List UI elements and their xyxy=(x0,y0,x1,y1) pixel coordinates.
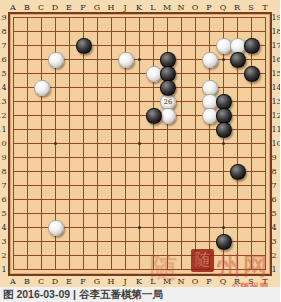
col-label-top-C: C xyxy=(35,3,47,13)
black-stone-F17 xyxy=(76,38,91,53)
row-label-right-16: 16 xyxy=(272,55,281,64)
row-label-right-12: 12 xyxy=(272,111,281,120)
row-label-right-15: 15 xyxy=(272,69,281,78)
col-label-top-R: R xyxy=(231,3,243,13)
col-label-top-L: L xyxy=(147,3,159,13)
col-label-bottom-M: M xyxy=(161,277,173,287)
col-label-top-A: A xyxy=(7,3,19,13)
col-label-top-P: P xyxy=(203,3,215,13)
black-stone-Q11 xyxy=(216,122,231,137)
row-label-right-5: 5 xyxy=(272,209,281,218)
col-label-top-Q: Q xyxy=(217,3,229,13)
row-label-left-8: 8 xyxy=(0,167,7,176)
col-label-top-D: D xyxy=(49,3,61,13)
row-label-right-8: 8 xyxy=(272,167,281,176)
white-stone-J16 xyxy=(118,52,133,67)
star-point-D10 xyxy=(54,142,57,145)
col-label-bottom-N: N xyxy=(175,277,187,287)
row-label-right-6: 6 xyxy=(272,195,281,204)
row-label-right-7: 7 xyxy=(272,181,281,190)
row-label-left-18: 18 xyxy=(0,27,7,36)
row-label-left-6: 6 xyxy=(0,195,7,204)
row-label-left-14: 14 xyxy=(0,83,7,92)
white-stone-P16 xyxy=(202,52,217,67)
col-label-bottom-D: D xyxy=(49,277,61,287)
col-label-bottom-A: A xyxy=(7,277,19,287)
row-label-right-11: 11 xyxy=(272,125,281,134)
col-label-top-J: J xyxy=(119,3,131,13)
go-diagram: AABBCCDDEEFFGGHHJJKKLLMMNNOOPPQQRRSSTT19… xyxy=(0,0,280,302)
row-label-right-4: 4 xyxy=(272,223,281,232)
col-label-bottom-C: C xyxy=(35,277,47,287)
col-label-top-H: H xyxy=(105,3,117,13)
star-point-Q10 xyxy=(222,142,225,145)
white-stone-D16 xyxy=(48,52,63,67)
row-label-left-1: 1 xyxy=(0,265,7,274)
row-label-left-17: 17 xyxy=(0,41,7,50)
row-label-right-19: 19 xyxy=(272,13,281,22)
col-label-top-S: S xyxy=(245,3,257,13)
col-label-bottom-E: E xyxy=(63,277,75,287)
col-label-top-E: E xyxy=(63,3,75,13)
row-label-right-1: 1 xyxy=(272,265,281,274)
col-label-top-T: T xyxy=(259,3,271,13)
row-label-right-14: 14 xyxy=(272,83,281,92)
row-label-left-10: 10 xyxy=(0,139,7,148)
white-stone-D4 xyxy=(48,220,63,235)
row-label-right-3: 3 xyxy=(272,237,281,246)
col-label-bottom-G: G xyxy=(91,277,103,287)
col-label-bottom-S: S xyxy=(245,277,257,287)
black-stone-S17 xyxy=(244,38,259,53)
white-stone-M12 xyxy=(160,108,175,123)
caption-bar: 图 2016-03-09 | 谷李五番棋第一局 xyxy=(0,287,280,302)
row-label-left-12: 12 xyxy=(0,111,7,120)
black-stone-M14 xyxy=(160,80,175,95)
row-label-left-11: 11 xyxy=(0,125,7,134)
col-label-top-G: G xyxy=(91,3,103,13)
row-label-left-9: 9 xyxy=(0,153,7,162)
col-label-bottom-P: P xyxy=(203,277,215,287)
col-label-bottom-O: O xyxy=(189,277,201,287)
star-point-Q4 xyxy=(222,226,225,229)
row-label-right-10: 10 xyxy=(272,139,281,148)
black-stone-R16 xyxy=(230,52,245,67)
row-label-left-16: 16 xyxy=(0,55,7,64)
star-point-Q16 xyxy=(222,58,225,61)
col-label-bottom-H: H xyxy=(105,277,117,287)
caption-text: 图 2016-03-09 | 谷李五番棋第一局 xyxy=(3,288,163,302)
row-label-left-7: 7 xyxy=(0,181,7,190)
row-label-left-4: 4 xyxy=(0,223,7,232)
black-stone-Q3 xyxy=(216,234,231,249)
col-label-top-F: F xyxy=(77,3,89,13)
col-label-top-O: O xyxy=(189,3,201,13)
black-stone-S15 xyxy=(244,66,259,81)
row-label-right-2: 2 xyxy=(272,251,281,260)
col-label-bottom-K: K xyxy=(133,277,145,287)
row-label-left-19: 19 xyxy=(0,13,7,22)
col-label-bottom-B: B xyxy=(21,277,33,287)
col-label-top-K: K xyxy=(133,3,145,13)
row-label-right-17: 17 xyxy=(272,41,281,50)
star-point-K10 xyxy=(138,142,141,145)
row-label-right-9: 9 xyxy=(272,153,281,162)
row-label-left-5: 5 xyxy=(0,209,7,218)
col-label-top-B: B xyxy=(21,3,33,13)
col-label-bottom-Q: Q xyxy=(217,277,229,287)
row-label-left-15: 15 xyxy=(0,69,7,78)
col-label-bottom-L: L xyxy=(147,277,159,287)
col-label-top-N: N xyxy=(175,3,187,13)
col-label-top-M: M xyxy=(161,3,173,13)
star-point-K16 xyxy=(138,58,141,61)
white-stone-C14 xyxy=(34,80,49,95)
row-label-left-3: 3 xyxy=(0,237,7,246)
col-label-bottom-J: J xyxy=(119,277,131,287)
row-label-right-13: 13 xyxy=(272,97,281,106)
move-number-26: 26 xyxy=(161,95,174,108)
black-stone-L12 xyxy=(146,108,161,123)
row-label-left-13: 13 xyxy=(0,97,7,106)
black-stone-R8 xyxy=(230,164,245,179)
col-label-bottom-F: F xyxy=(77,277,89,287)
row-label-left-2: 2 xyxy=(0,251,7,260)
row-label-right-18: 18 xyxy=(272,27,281,36)
col-label-bottom-T: T xyxy=(259,277,271,287)
star-point-K4 xyxy=(138,226,141,229)
col-label-bottom-R: R xyxy=(231,277,243,287)
